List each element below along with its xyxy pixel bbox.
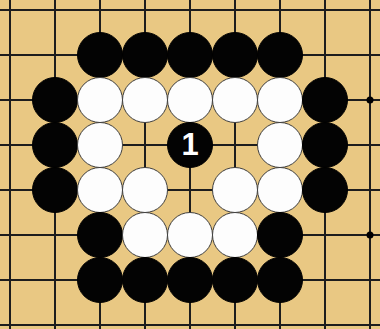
board-point[interactable]: [33, 78, 78, 123]
white-stone: [122, 77, 168, 123]
board-point[interactable]: [0, 258, 33, 303]
board-point[interactable]: [303, 78, 348, 123]
board-point[interactable]: [348, 213, 380, 258]
board-point[interactable]: [123, 213, 168, 258]
black-stone: [122, 257, 168, 303]
board-point[interactable]: [123, 303, 168, 329]
white-stone: [77, 122, 123, 168]
marked-black-stone: 1: [167, 122, 213, 168]
board-point[interactable]: [0, 213, 33, 258]
board-point[interactable]: [78, 213, 123, 258]
black-stone: [257, 32, 303, 78]
black-stone: [257, 257, 303, 303]
white-stone: [212, 167, 258, 213]
white-stone: [212, 212, 258, 258]
board-point[interactable]: [348, 258, 380, 303]
board-point[interactable]: [303, 213, 348, 258]
white-stone: [212, 77, 258, 123]
board-point[interactable]: [0, 0, 33, 33]
black-stone: [302, 77, 348, 123]
board-point[interactable]: [123, 78, 168, 123]
board-point[interactable]: [168, 213, 213, 258]
board-point[interactable]: [0, 33, 33, 78]
board-point[interactable]: [303, 258, 348, 303]
black-stone: [32, 167, 78, 213]
board-point[interactable]: [78, 168, 123, 213]
board-point[interactable]: [258, 213, 303, 258]
board-point[interactable]: [123, 168, 168, 213]
white-stone: [122, 212, 168, 258]
board-point[interactable]: [33, 33, 78, 78]
white-stone: [257, 167, 303, 213]
board-grid: 1: [0, 0, 380, 329]
board-point[interactable]: [348, 168, 380, 213]
board-point[interactable]: [258, 168, 303, 213]
board-point[interactable]: [33, 0, 78, 33]
white-stone: [167, 212, 213, 258]
black-stone: [32, 122, 78, 168]
white-stone: [122, 167, 168, 213]
board-point[interactable]: [348, 33, 380, 78]
board-point[interactable]: [213, 168, 258, 213]
board-point[interactable]: [213, 33, 258, 78]
board-point[interactable]: [123, 33, 168, 78]
board-point[interactable]: [78, 33, 123, 78]
board-point[interactable]: [78, 0, 123, 33]
board-point[interactable]: [258, 258, 303, 303]
black-stone: [212, 32, 258, 78]
black-stone: [212, 257, 258, 303]
black-stone: [302, 167, 348, 213]
board-point[interactable]: [0, 78, 33, 123]
white-stone: [77, 77, 123, 123]
board-point[interactable]: [0, 123, 33, 168]
board-point[interactable]: [303, 33, 348, 78]
board-point[interactable]: [33, 123, 78, 168]
black-stone: [122, 32, 168, 78]
board-point[interactable]: [33, 258, 78, 303]
board-point[interactable]: [303, 303, 348, 329]
board-point[interactable]: [123, 0, 168, 33]
board-point[interactable]: [33, 303, 78, 329]
black-stone: [167, 32, 213, 78]
board-point[interactable]: [123, 258, 168, 303]
board-point[interactable]: [213, 78, 258, 123]
board-point[interactable]: [78, 303, 123, 329]
black-stone: [257, 212, 303, 258]
board-point[interactable]: [303, 123, 348, 168]
board-point[interactable]: [213, 0, 258, 33]
board-point[interactable]: [258, 78, 303, 123]
board-point[interactable]: [213, 303, 258, 329]
board-point[interactable]: [258, 33, 303, 78]
board-point[interactable]: [78, 78, 123, 123]
board-point[interactable]: [123, 123, 168, 168]
board-point[interactable]: [33, 213, 78, 258]
board-point[interactable]: [0, 303, 33, 329]
board-point[interactable]: [78, 123, 123, 168]
board-point[interactable]: [213, 258, 258, 303]
board-point[interactable]: [168, 33, 213, 78]
board-point[interactable]: [348, 123, 380, 168]
board-point[interactable]: [168, 0, 213, 33]
board-point[interactable]: [33, 168, 78, 213]
white-stone: [257, 77, 303, 123]
board-point[interactable]: [168, 168, 213, 213]
board-point[interactable]: [168, 258, 213, 303]
board-point[interactable]: 1: [168, 123, 213, 168]
board-point[interactable]: [348, 78, 380, 123]
black-stone: [32, 77, 78, 123]
board-point[interactable]: [348, 0, 380, 33]
black-stone: [77, 257, 123, 303]
go-board[interactable]: 1: [0, 0, 380, 329]
black-stone: [77, 32, 123, 78]
board-point[interactable]: [303, 0, 348, 33]
black-stone: [302, 122, 348, 168]
board-point[interactable]: [213, 213, 258, 258]
black-stone: [77, 212, 123, 258]
board-point[interactable]: [348, 303, 380, 329]
white-stone: [257, 122, 303, 168]
board-point[interactable]: [258, 303, 303, 329]
black-stone: [167, 257, 213, 303]
board-point[interactable]: [0, 168, 33, 213]
white-stone: [77, 167, 123, 213]
board-point[interactable]: [213, 123, 258, 168]
board-point[interactable]: [168, 303, 213, 329]
board-point[interactable]: [168, 78, 213, 123]
board-point[interactable]: [258, 123, 303, 168]
board-point[interactable]: [258, 0, 303, 33]
white-stone: [167, 77, 213, 123]
board-point[interactable]: [78, 258, 123, 303]
move-number-label: 1: [181, 129, 198, 160]
board-point[interactable]: [303, 168, 348, 213]
